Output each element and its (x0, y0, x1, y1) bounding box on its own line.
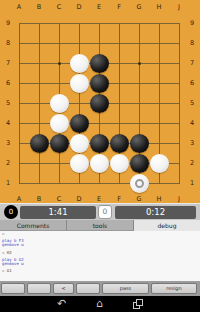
board-cell-G3[interactable] (129, 133, 149, 153)
col-label-top-C: C (57, 4, 62, 11)
board-cell-F2[interactable] (109, 153, 129, 173)
tab-tools[interactable]: tools (67, 220, 134, 231)
board-cell-D5[interactable] (69, 93, 89, 113)
board-cell-E7[interactable] (89, 53, 109, 73)
board-cell-E4[interactable] (89, 113, 109, 133)
resign-button[interactable]: resign (151, 283, 197, 294)
board-cell-J1[interactable] (169, 173, 189, 193)
board-cell-E6[interactable] (89, 73, 109, 93)
board-cell-A1[interactable] (9, 173, 29, 193)
board-cell-E9[interactable] (89, 13, 109, 33)
board-cell-G1[interactable] (129, 173, 149, 193)
col-label-top-A: A (17, 4, 21, 11)
board-cell-A6[interactable] (9, 73, 29, 93)
board-cell-D1[interactable] (69, 173, 89, 193)
board-cell-D9[interactable] (69, 13, 89, 33)
black-stone-icon: 0 (4, 205, 18, 219)
black-stone-C3 (50, 134, 69, 153)
white-timer: 0:12 (115, 206, 196, 219)
row-label-right-4: 4 (190, 120, 194, 127)
toolbar-button-2[interactable] (27, 283, 51, 294)
board-cell-D2[interactable] (69, 153, 89, 173)
black-stone-B3 (30, 134, 49, 153)
board-cell-G6[interactable] (129, 73, 149, 93)
go-app-screen: AABBCCDDEEFFGGHHJJ998877665544332211 0 1… (0, 0, 200, 312)
android-nav-bar: ↶ ⌂ (0, 296, 200, 312)
debug-log-panel[interactable]: = play b F3genmove w = H2 play b G2genmo… (0, 231, 200, 281)
white-stone-D6 (70, 74, 89, 93)
white-stone-C5 (50, 94, 69, 113)
white-stone-C4 (50, 114, 69, 133)
white-stone-F2 (110, 154, 129, 173)
board-cell-J8[interactable] (169, 33, 189, 53)
col-label-bottom-A: A (17, 196, 21, 203)
white-stone-G1 (130, 174, 149, 193)
board-cell-B7[interactable] (29, 53, 49, 73)
row-label-right-8: 8 (190, 40, 194, 47)
board-cell-H3[interactable] (149, 133, 169, 153)
row-label-right-5: 5 (190, 100, 194, 107)
board-cell-B8[interactable] (29, 33, 49, 53)
board-cell-E8[interactable] (89, 33, 109, 53)
board-cell-F5[interactable] (109, 93, 129, 113)
step-back-button[interactable]: < (53, 283, 74, 294)
board-cell-B9[interactable] (29, 13, 49, 33)
col-label-top-J: J (178, 4, 180, 11)
board-cell-A4[interactable] (9, 113, 29, 133)
board-cell-E1[interactable] (89, 173, 109, 193)
board-cell-B6[interactable] (29, 73, 49, 93)
board-cell-D3[interactable] (69, 133, 89, 153)
last-move-marker (135, 179, 144, 188)
board-cell-C1[interactable] (49, 173, 69, 193)
pass-button[interactable]: pass (102, 283, 149, 294)
board-cell-H2[interactable] (149, 153, 169, 173)
board-cell-C8[interactable] (49, 33, 69, 53)
board-cell-C4[interactable] (49, 113, 69, 133)
col-label-bottom-C: C (57, 196, 62, 203)
board-cell-J3[interactable] (169, 133, 189, 153)
white-stone-D3 (70, 134, 89, 153)
black-stone-E6 (90, 74, 109, 93)
col-label-bottom-E: E (97, 196, 101, 203)
col-label-top-E: E (97, 4, 101, 11)
board-cell-F6[interactable] (109, 73, 129, 93)
board-cell-G8[interactable] (129, 33, 149, 53)
white-stone-E2 (90, 154, 109, 173)
board-cell-B2[interactable] (29, 153, 49, 173)
board-cell-H8[interactable] (149, 33, 169, 53)
home-icon[interactable]: ⌂ (96, 297, 103, 311)
col-label-top-D: D (76, 4, 81, 11)
board-cell-C6[interactable] (49, 73, 69, 93)
board-cell-E3[interactable] (89, 133, 109, 153)
tab-debug[interactable]: debug (134, 220, 200, 231)
board-cell-A7[interactable] (9, 53, 29, 73)
black-stone-D4 (70, 114, 89, 133)
board-cell-A8[interactable] (9, 33, 29, 53)
timer-bar: 0 1:41 0 0:12 (0, 203, 200, 220)
board-cell-J9[interactable] (169, 13, 189, 33)
action-button-bar: <passresign (0, 281, 200, 296)
board-cell-E5[interactable] (89, 93, 109, 113)
board-cell-J5[interactable] (169, 93, 189, 113)
board-cell-D6[interactable] (69, 73, 89, 93)
board-cell-G2[interactable] (129, 153, 149, 173)
col-label-bottom-G: G (136, 196, 141, 203)
stone-grid (9, 13, 189, 193)
col-label-bottom-B: B (37, 196, 41, 203)
board-cell-J7[interactable] (169, 53, 189, 73)
board-cell-D8[interactable] (69, 33, 89, 53)
row-label-right-9: 9 (190, 20, 194, 27)
board-cell-F7[interactable] (109, 53, 129, 73)
board-cell-B4[interactable] (29, 113, 49, 133)
col-label-top-B: B (37, 4, 41, 11)
black-stone-E7 (90, 54, 109, 73)
board-cell-E2[interactable] (89, 153, 109, 173)
board-cell-F3[interactable] (109, 133, 129, 153)
black-stone-F3 (110, 134, 129, 153)
col-label-top-F: F (117, 4, 121, 11)
board-cell-B3[interactable] (29, 133, 49, 153)
black-stone-E3 (90, 134, 109, 153)
board-cell-A9[interactable] (9, 13, 29, 33)
white-stone-D2 (70, 154, 89, 173)
white-stone-H2 (150, 154, 169, 173)
board-cell-G5[interactable] (129, 93, 149, 113)
board-cell-C2[interactable] (49, 153, 69, 173)
black-stone-E5 (90, 94, 109, 113)
white-stone-icon: 0 (98, 205, 112, 219)
board-cell-J2[interactable] (169, 153, 189, 173)
col-label-top-H: H (157, 4, 162, 11)
board-cell-C5[interactable] (49, 93, 69, 113)
col-label-bottom-J: J (178, 196, 180, 203)
board-cell-D7[interactable] (69, 53, 89, 73)
board-cell-H1[interactable] (149, 173, 169, 193)
board-cell-G4[interactable] (129, 113, 149, 133)
board-cell-H9[interactable] (149, 13, 169, 33)
board-cell-G7[interactable] (129, 53, 149, 73)
board-cell-F4[interactable] (109, 113, 129, 133)
board-cell-A3[interactable] (9, 133, 29, 153)
white-stone-D7 (70, 54, 89, 73)
row-label-right-2: 2 (190, 160, 194, 167)
board-cell-A5[interactable] (9, 93, 29, 113)
debug-line-10: = G1 (2, 269, 200, 273)
back-icon[interactable]: ↶ (57, 297, 66, 311)
toolbar-button-4[interactable] (76, 283, 100, 294)
board-cell-F8[interactable] (109, 33, 129, 53)
col-label-bottom-H: H (157, 196, 162, 203)
recents-icon[interactable] (133, 299, 143, 309)
black-timer: 1:41 (20, 206, 96, 219)
black-stone-G2 (130, 154, 149, 173)
board-cell-C7[interactable] (49, 53, 69, 73)
board-cell-C9[interactable] (49, 13, 69, 33)
board-cell-B5[interactable] (29, 93, 49, 113)
board-cell-J4[interactable] (169, 113, 189, 133)
board-cell-H5[interactable] (149, 93, 169, 113)
row-label-right-7: 7 (190, 60, 194, 67)
col-label-top-G: G (136, 4, 141, 11)
board-cell-B1[interactable] (29, 173, 49, 193)
row-label-right-3: 3 (190, 140, 194, 147)
board-cell-H4[interactable] (149, 113, 169, 133)
board-cell-F9[interactable] (109, 13, 129, 33)
board-cell-A2[interactable] (9, 153, 29, 173)
col-label-bottom-F: F (117, 196, 121, 203)
board-cell-F1[interactable] (109, 173, 129, 193)
col-label-bottom-D: D (76, 196, 81, 203)
tab-comments[interactable]: Comments (0, 220, 67, 231)
row-label-right-6: 6 (190, 80, 194, 87)
board-cell-G9[interactable] (129, 13, 149, 33)
row-label-right-1: 1 (190, 180, 194, 187)
board-cell-D4[interactable] (69, 113, 89, 133)
tab-bar: Commentstoolsdebug (0, 220, 200, 231)
board-cell-H7[interactable] (149, 53, 169, 73)
board-cell-H6[interactable] (149, 73, 169, 93)
go-board: AABBCCDDEEFFGGHHJJ998877665544332211 (0, 0, 200, 203)
board-cell-J6[interactable] (169, 73, 189, 93)
black-stone-G3 (130, 134, 149, 153)
toolbar-button-1[interactable] (1, 283, 25, 294)
board-cell-C3[interactable] (49, 133, 69, 153)
